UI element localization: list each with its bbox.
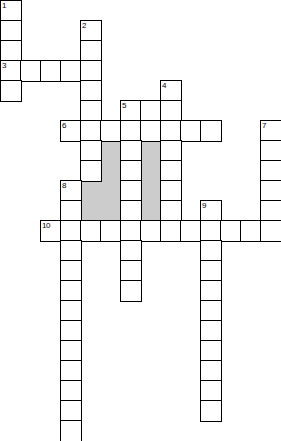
crossword-cell-r10c3[interactable]: [60, 200, 82, 222]
crossword-cell-r15c3[interactable]: [60, 300, 82, 322]
shaded-cell-r9c5: [100, 180, 122, 202]
crossword-cell-r19c3[interactable]: [60, 380, 82, 402]
crossword-cell-r6c9[interactable]: [180, 120, 202, 142]
shaded-cell-r7c7: [140, 140, 162, 162]
shaded-cell-r7c5: [100, 140, 122, 162]
crossword-cell-r10c8[interactable]: [160, 200, 182, 222]
crossword-cell-r14c3[interactable]: [60, 280, 82, 302]
crossword-cell-r10c6[interactable]: [120, 200, 142, 222]
crossword-cell-r11c3[interactable]: [60, 220, 82, 242]
crossword-cell-r11c5[interactable]: [100, 220, 122, 242]
crossword-cell-r6c6[interactable]: [120, 120, 142, 142]
crossword-cell-r17c10[interactable]: [200, 340, 222, 362]
crossword-cell-r3c3[interactable]: [60, 60, 82, 82]
shaded-cell-r10c7: [140, 200, 162, 222]
crossword-cell-r1c4[interactable]: 2: [80, 20, 102, 42]
crossword-cell-r11c11[interactable]: [220, 220, 242, 242]
crossword-cell-r0c0[interactable]: 1: [0, 0, 22, 22]
clue-number-5: 5: [122, 102, 126, 110]
crossword-cell-r4c8[interactable]: 4: [160, 80, 182, 102]
crossword-board: 12345678910: [0, 0, 281, 441]
crossword-cell-r7c4[interactable]: [80, 140, 102, 162]
crossword-cell-r3c1[interactable]: [20, 60, 42, 82]
crossword-cell-r18c3[interactable]: [60, 360, 82, 382]
crossword-cell-r13c3[interactable]: [60, 260, 82, 282]
crossword-cell-r4c4[interactable]: [80, 80, 102, 102]
crossword-cell-r6c8[interactable]: [160, 120, 182, 142]
crossword-cell-r9c3[interactable]: 8: [60, 180, 82, 202]
crossword-cell-r8c4[interactable]: [80, 160, 102, 182]
crossword-cell-r1c0[interactable]: [0, 20, 22, 42]
crossword-cell-r19c10[interactable]: [200, 380, 222, 402]
clue-number-3: 3: [2, 62, 6, 70]
crossword-cell-r5c8[interactable]: [160, 100, 182, 122]
crossword-cell-r10c13[interactable]: [260, 200, 281, 222]
crossword-cell-r15c10[interactable]: [200, 300, 222, 322]
clue-number-7: 7: [262, 122, 266, 130]
crossword-cell-r3c4[interactable]: [80, 60, 102, 82]
crossword-cell-r2c0[interactable]: [0, 40, 22, 62]
clue-number-2: 2: [82, 22, 86, 30]
crossword-cell-r6c4[interactable]: [80, 120, 102, 142]
crossword-cell-r3c2[interactable]: [40, 60, 62, 82]
crossword-cell-r8c6[interactable]: [120, 160, 142, 182]
crossword-cell-r5c4[interactable]: [80, 100, 102, 122]
crossword-cell-r5c7[interactable]: [140, 100, 162, 122]
shaded-cell-r10c4: [80, 200, 102, 222]
shaded-cell-r9c4: [80, 180, 102, 202]
crossword-cell-r21c3[interactable]: [60, 420, 82, 441]
crossword-cell-r11c13[interactable]: [260, 220, 281, 242]
crossword-cell-r11c2[interactable]: 10: [40, 220, 62, 242]
shaded-cell-r10c5: [100, 200, 122, 222]
crossword-cell-r7c6[interactable]: [120, 140, 142, 162]
crossword-cell-r8c13[interactable]: [260, 160, 281, 182]
crossword-cell-r4c0[interactable]: [0, 80, 22, 102]
clue-number-4: 4: [162, 82, 166, 90]
crossword-cell-r18c10[interactable]: [200, 360, 222, 382]
clue-number-8: 8: [62, 182, 66, 190]
crossword-cell-r10c10[interactable]: 9: [200, 200, 222, 222]
crossword-cell-r2c4[interactable]: [80, 40, 102, 62]
crossword-cell-r11c10[interactable]: [200, 220, 222, 242]
crossword-cell-r17c3[interactable]: [60, 340, 82, 362]
crossword-cell-r11c9[interactable]: [180, 220, 202, 242]
crossword-cell-r6c5[interactable]: [100, 120, 122, 142]
crossword-cell-r11c7[interactable]: [140, 220, 162, 242]
crossword-cell-r5c6[interactable]: 5: [120, 100, 142, 122]
crossword-cell-r6c10[interactable]: [200, 120, 222, 142]
clue-number-6: 6: [62, 122, 66, 130]
crossword-cell-r12c6[interactable]: [120, 240, 142, 262]
crossword-cell-r6c13[interactable]: 7: [260, 120, 281, 142]
shaded-cell-r8c7: [140, 160, 162, 182]
crossword-cell-r14c6[interactable]: [120, 280, 142, 302]
clue-number-1: 1: [2, 2, 6, 10]
crossword-cell-r11c8[interactable]: [160, 220, 182, 242]
shaded-cell-r9c7: [140, 180, 162, 202]
clue-number-9: 9: [202, 202, 206, 210]
crossword-cell-r6c7[interactable]: [140, 120, 162, 142]
crossword-cell-r9c13[interactable]: [260, 180, 281, 202]
crossword-cell-r3c0[interactable]: 3: [0, 60, 22, 82]
clue-number-10: 10: [42, 222, 50, 230]
crossword-cell-r12c3[interactable]: [60, 240, 82, 262]
crossword-cell-r16c3[interactable]: [60, 320, 82, 342]
crossword-cell-r11c6[interactable]: [120, 220, 142, 242]
shaded-cell-r8c5: [100, 160, 122, 182]
crossword-cell-r20c3[interactable]: [60, 400, 82, 422]
crossword-cell-r9c8[interactable]: [160, 180, 182, 202]
crossword-cell-r13c6[interactable]: [120, 260, 142, 282]
crossword-cell-r20c10[interactable]: [200, 400, 222, 422]
crossword-cell-r6c3[interactable]: 6: [60, 120, 82, 142]
crossword-cell-r13c10[interactable]: [200, 260, 222, 282]
crossword-cell-r11c12[interactable]: [240, 220, 262, 242]
crossword-cell-r8c8[interactable]: [160, 160, 182, 182]
crossword-cell-r14c10[interactable]: [200, 280, 222, 302]
crossword-cell-r11c4[interactable]: [80, 220, 102, 242]
crossword-cell-r9c6[interactable]: [120, 180, 142, 202]
crossword-cell-r7c13[interactable]: [260, 140, 281, 162]
crossword-cell-r16c10[interactable]: [200, 320, 222, 342]
crossword-cell-r12c10[interactable]: [200, 240, 222, 262]
crossword-cell-r7c8[interactable]: [160, 140, 182, 162]
